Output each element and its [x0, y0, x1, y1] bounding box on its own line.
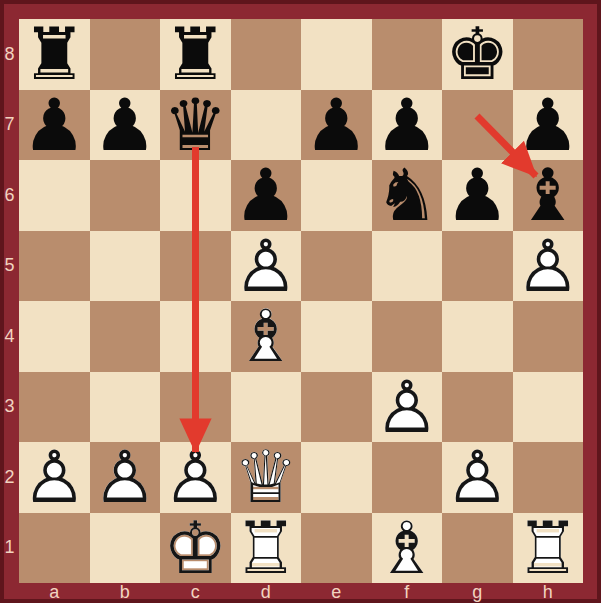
square-h1[interactable]: ♜♖: [513, 513, 584, 584]
square-e4[interactable]: [301, 301, 372, 372]
square-h5[interactable]: ♟♙: [513, 231, 584, 302]
white-queen[interactable]: ♛♕: [231, 442, 302, 513]
white-pawn[interactable]: ♟♙: [19, 442, 90, 513]
square-d1[interactable]: ♜♖: [231, 513, 302, 584]
rank-label-2: 2: [0, 442, 19, 513]
square-c7[interactable]: ♛: [160, 90, 231, 161]
rank-label-7: 7: [0, 90, 19, 161]
black-pawn[interactable]: ♟: [231, 160, 302, 231]
black-rook[interactable]: ♜: [19, 19, 90, 90]
square-b4[interactable]: [90, 301, 161, 372]
square-c3[interactable]: [160, 372, 231, 443]
square-b3[interactable]: [90, 372, 161, 443]
square-e6[interactable]: [301, 160, 372, 231]
white-pawn[interactable]: ♟♙: [372, 372, 443, 443]
square-g1[interactable]: [442, 513, 513, 584]
piece-glyph: ♜: [19, 19, 90, 90]
piece-glyph: ♟: [442, 160, 513, 231]
square-e2[interactable]: [301, 442, 372, 513]
square-g5[interactable]: [442, 231, 513, 302]
black-pawn[interactable]: ♟: [513, 90, 584, 161]
square-d4[interactable]: ♝♗: [231, 301, 302, 372]
square-g7[interactable]: [442, 90, 513, 161]
square-f1[interactable]: ♝♗: [372, 513, 443, 584]
square-g4[interactable]: [442, 301, 513, 372]
piece-glyph: ♖: [231, 513, 302, 584]
piece-glyph: ♟: [90, 90, 161, 161]
piece-glyph: ♙: [160, 442, 231, 513]
piece-glyph: ♖: [513, 513, 584, 584]
square-g3[interactable]: [442, 372, 513, 443]
square-d3[interactable]: [231, 372, 302, 443]
square-e8[interactable]: [301, 19, 372, 90]
white-pawn[interactable]: ♟♙: [442, 442, 513, 513]
piece-glyph: ♕: [231, 442, 302, 513]
square-a5[interactable]: [19, 231, 90, 302]
piece-glyph: ♙: [231, 231, 302, 302]
black-rook[interactable]: ♜: [160, 19, 231, 90]
square-a2[interactable]: ♟♙: [19, 442, 90, 513]
white-bishop[interactable]: ♝♗: [231, 301, 302, 372]
square-a8[interactable]: ♜: [19, 19, 90, 90]
square-g2[interactable]: ♟♙: [442, 442, 513, 513]
file-label-a: a: [19, 582, 90, 603]
rank-label-4: 4: [0, 301, 19, 372]
square-c8[interactable]: ♜: [160, 19, 231, 90]
black-pawn[interactable]: ♟: [19, 90, 90, 161]
rank-label-8: 8: [0, 19, 19, 90]
piece-glyph: ♙: [19, 442, 90, 513]
square-a7[interactable]: ♟: [19, 90, 90, 161]
square-d2[interactable]: ♛♕: [231, 442, 302, 513]
rank-label-5: 5: [0, 231, 19, 302]
white-king[interactable]: ♚♔: [160, 513, 231, 584]
file-label-c: c: [160, 582, 231, 603]
square-a3[interactable]: [19, 372, 90, 443]
square-b1[interactable]: [90, 513, 161, 584]
square-f4[interactable]: [372, 301, 443, 372]
rank-label-3: 3: [0, 372, 19, 443]
piece-glyph: ♜: [160, 19, 231, 90]
square-g6[interactable]: ♟: [442, 160, 513, 231]
chess-board-frame: ♜♜♚♟♟♛♟♟♟♟♞♟♝♟♙♟♙♝♗♟♙♟♙♟♙♟♙♛♕♟♙♚♔♜♖♝♗♜♖ …: [0, 0, 601, 603]
square-f5[interactable]: [372, 231, 443, 302]
piece-glyph: ♟: [513, 90, 584, 161]
piece-glyph: ♗: [372, 513, 443, 584]
square-c4[interactable]: [160, 301, 231, 372]
square-b7[interactable]: ♟: [90, 90, 161, 161]
square-b8[interactable]: [90, 19, 161, 90]
white-pawn[interactable]: ♟♙: [90, 442, 161, 513]
file-label-f: f: [372, 582, 443, 603]
square-a4[interactable]: [19, 301, 90, 372]
piece-glyph: ♗: [231, 301, 302, 372]
black-bishop[interactable]: ♝: [513, 160, 584, 231]
square-c1[interactable]: ♚♔: [160, 513, 231, 584]
black-pawn[interactable]: ♟: [301, 90, 372, 161]
white-pawn[interactable]: ♟♙: [231, 231, 302, 302]
rank-label-6: 6: [0, 160, 19, 231]
square-f3[interactable]: ♟♙: [372, 372, 443, 443]
white-rook[interactable]: ♜♖: [231, 513, 302, 584]
black-pawn[interactable]: ♟: [90, 90, 161, 161]
piece-glyph: ♟: [19, 90, 90, 161]
square-c6[interactable]: [160, 160, 231, 231]
square-e1[interactable]: [301, 513, 372, 584]
square-a6[interactable]: [19, 160, 90, 231]
black-pawn[interactable]: ♟: [442, 160, 513, 231]
piece-glyph: ♙: [90, 442, 161, 513]
square-f2[interactable]: [372, 442, 443, 513]
file-label-b: b: [90, 582, 161, 603]
square-h8[interactable]: [513, 19, 584, 90]
square-h2[interactable]: [513, 442, 584, 513]
chess-board: ♜♜♚♟♟♛♟♟♟♟♞♟♝♟♙♟♙♝♗♟♙♟♙♟♙♟♙♛♕♟♙♚♔♜♖♝♗♜♖: [19, 19, 583, 583]
white-pawn[interactable]: ♟♙: [160, 442, 231, 513]
white-bishop[interactable]: ♝♗: [372, 513, 443, 584]
piece-glyph: ♞: [372, 160, 443, 231]
square-h3[interactable]: [513, 372, 584, 443]
piece-glyph: ♙: [442, 442, 513, 513]
square-c2[interactable]: ♟♙: [160, 442, 231, 513]
square-d6[interactable]: ♟: [231, 160, 302, 231]
file-label-d: d: [231, 582, 302, 603]
square-g8[interactable]: ♚: [442, 19, 513, 90]
black-knight[interactable]: ♞: [372, 160, 443, 231]
square-b2[interactable]: ♟♙: [90, 442, 161, 513]
square-d8[interactable]: [231, 19, 302, 90]
piece-glyph: ♔: [160, 513, 231, 584]
piece-glyph: ♚: [442, 19, 513, 90]
square-b6[interactable]: [90, 160, 161, 231]
square-d7[interactable]: [231, 90, 302, 161]
white-pawn[interactable]: ♟♙: [513, 231, 584, 302]
file-label-e: e: [301, 582, 372, 603]
square-d5[interactable]: ♟♙: [231, 231, 302, 302]
square-f7[interactable]: ♟: [372, 90, 443, 161]
square-c5[interactable]: [160, 231, 231, 302]
square-f8[interactable]: [372, 19, 443, 90]
square-e5[interactable]: [301, 231, 372, 302]
piece-glyph: ♙: [513, 231, 584, 302]
file-label-g: g: [442, 582, 513, 603]
square-f6[interactable]: ♞: [372, 160, 443, 231]
white-rook[interactable]: ♜♖: [513, 513, 584, 584]
black-king[interactable]: ♚: [442, 19, 513, 90]
square-h6[interactable]: ♝: [513, 160, 584, 231]
piece-glyph: ♟: [231, 160, 302, 231]
black-queen[interactable]: ♛: [160, 90, 231, 161]
piece-glyph: ♟: [372, 90, 443, 161]
piece-glyph: ♝: [513, 160, 584, 231]
piece-glyph: ♟: [301, 90, 372, 161]
square-e7[interactable]: ♟: [301, 90, 372, 161]
square-b5[interactable]: [90, 231, 161, 302]
square-a1[interactable]: [19, 513, 90, 584]
rank-label-1: 1: [0, 513, 19, 584]
file-label-h: h: [513, 582, 584, 603]
square-e3[interactable]: [301, 372, 372, 443]
square-h4[interactable]: [513, 301, 584, 372]
piece-glyph: ♙: [372, 372, 443, 443]
piece-glyph: ♛: [160, 90, 231, 161]
black-pawn[interactable]: ♟: [372, 90, 443, 161]
square-h7[interactable]: ♟: [513, 90, 584, 161]
